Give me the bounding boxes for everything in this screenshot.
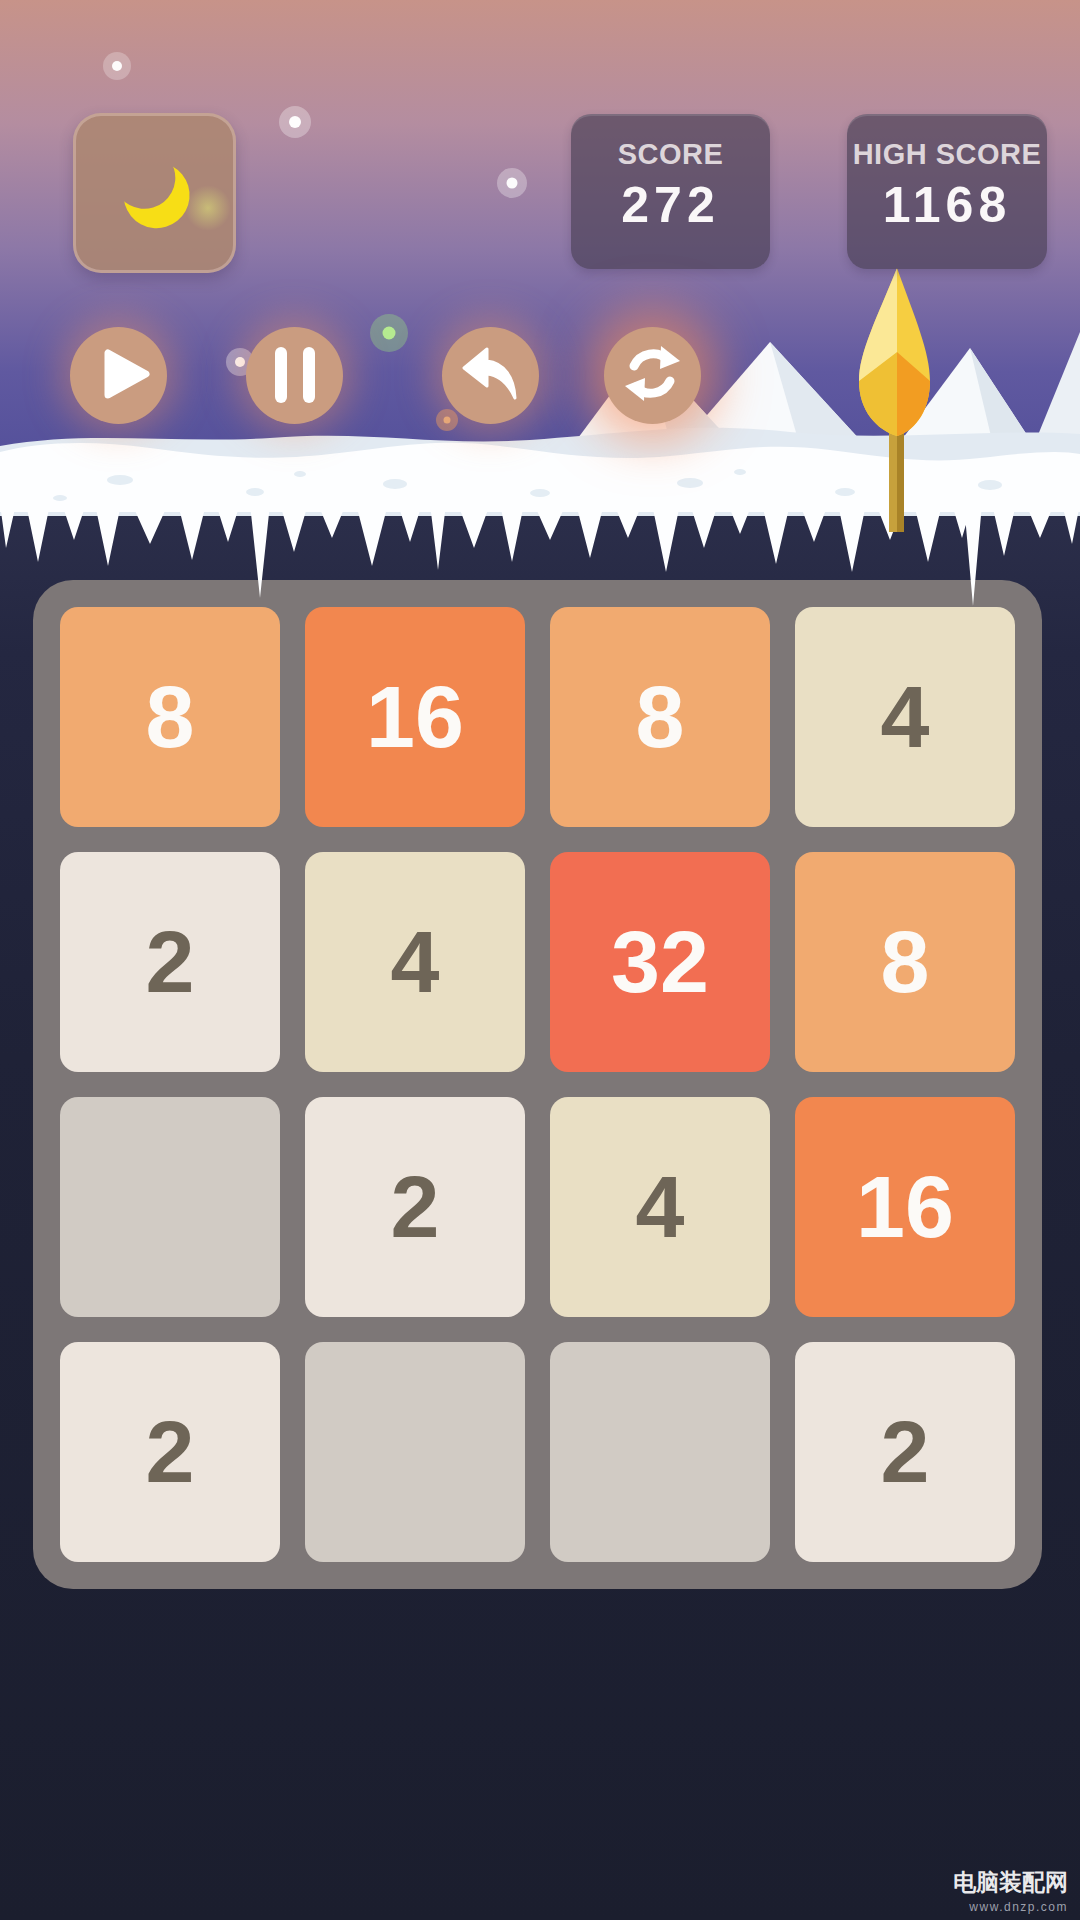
undo-button[interactable] [442,327,539,424]
snow-texture [53,469,1002,501]
tile-cell: 4 [550,1097,770,1317]
game-board[interactable]: 8 16 8 4 2 4 32 8 2 4 16 2 2 [33,580,1042,1589]
tile-cell: 32 [550,852,770,1072]
snow-front [0,443,1080,512]
tile-cell: 2 [60,1342,280,1562]
restart-icon [604,325,701,426]
pause-button[interactable] [246,327,343,424]
torch-icon [859,268,930,532]
high-score-label: HIGH SCORE [853,138,1042,171]
high-score-panel: HIGH SCORE 1168 [847,114,1047,269]
star-icon [103,52,131,80]
play-button[interactable] [70,327,167,424]
restart-button[interactable] [604,327,701,424]
score-label: SCORE [618,138,724,171]
tile-cell [60,1097,280,1317]
tile-cell [305,1342,525,1562]
green-star-icon [370,314,408,352]
tile-cell: 16 [795,1097,1015,1317]
tile-cell: 2 [795,1342,1015,1562]
tile-cell: 4 [305,852,525,1072]
watermark-url: www.dnzp.com [953,1900,1068,1914]
pause-icon [246,325,343,426]
score-panel: SCORE 272 [571,114,770,269]
play-icon [70,325,167,426]
moon-icon [107,143,203,243]
tile-cell: 8 [60,607,280,827]
undo-icon [442,325,539,426]
watermark-site-name: 电脑装配网 [953,1867,1068,1898]
tile-cell: 4 [795,607,1015,827]
tile-cell: 2 [60,852,280,1072]
tile-cell: 16 [305,607,525,827]
night-mode-button[interactable] [73,113,236,273]
score-value: 272 [621,176,719,234]
high-score-value: 1168 [883,176,1011,234]
tile-cell: 8 [795,852,1015,1072]
tile-cell [550,1342,770,1562]
tile-cell: 2 [305,1097,525,1317]
star-icon [497,168,527,198]
tile-cell: 8 [550,607,770,827]
game-screen: SCORE 272 HIGH SCORE 1168 [0,0,1080,1920]
watermark: 电脑装配网 www.dnzp.com [953,1867,1068,1914]
snow-back [0,428,1080,516]
star-icon [279,106,311,138]
